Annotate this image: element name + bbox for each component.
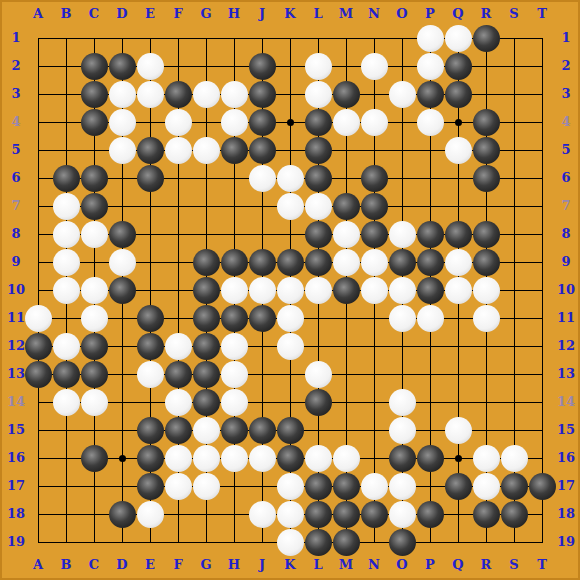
row-label-right-1: 1 [552, 30, 580, 46]
stone-white-P4[interactable] [417, 109, 444, 136]
stone-white-R16[interactable] [473, 445, 500, 472]
stone-white-K19[interactable] [277, 529, 304, 556]
stone-white-O14[interactable] [389, 389, 416, 416]
col-label-top-R: R [472, 6, 500, 22]
row-label-right-18: 18 [552, 506, 580, 522]
stone-white-L16[interactable] [305, 445, 332, 472]
col-label-top-Q: Q [444, 6, 472, 22]
row-label-right-13: 13 [552, 366, 580, 382]
stone-black-R1[interactable] [473, 25, 500, 52]
stone-black-K15[interactable] [277, 417, 304, 444]
stone-white-B10[interactable] [53, 277, 80, 304]
stone-white-Q5[interactable] [445, 137, 472, 164]
hoshi-Q4 [455, 119, 462, 126]
col-label-bottom-S: S [500, 557, 528, 573]
stone-black-T17[interactable] [529, 473, 556, 500]
stone-white-H14[interactable] [221, 389, 248, 416]
stone-black-H9[interactable] [221, 249, 248, 276]
stone-black-J4[interactable] [249, 109, 276, 136]
stone-black-L9[interactable] [305, 249, 332, 276]
stone-white-B9[interactable] [53, 249, 80, 276]
stone-white-O11[interactable] [389, 305, 416, 332]
stone-white-K10[interactable] [277, 277, 304, 304]
col-label-top-N: N [360, 6, 388, 22]
stone-white-D5[interactable] [109, 137, 136, 164]
stone-white-G15[interactable] [193, 417, 220, 444]
row-label-right-10: 10 [552, 282, 580, 298]
stone-black-R18[interactable] [473, 501, 500, 528]
stone-white-R10[interactable] [473, 277, 500, 304]
stone-black-Q2[interactable] [445, 53, 472, 80]
row-label-right-6: 6 [552, 170, 580, 186]
stone-black-S17[interactable] [501, 473, 528, 500]
stone-white-J16[interactable] [249, 445, 276, 472]
stone-black-C16[interactable] [81, 445, 108, 472]
stone-black-H15[interactable] [221, 417, 248, 444]
col-label-bottom-L: L [304, 557, 332, 573]
stone-black-M19[interactable] [333, 529, 360, 556]
col-label-top-A: A [24, 6, 52, 22]
stone-black-P8[interactable] [417, 221, 444, 248]
stone-black-O19[interactable] [389, 529, 416, 556]
stone-black-P10[interactable] [417, 277, 444, 304]
stone-white-C14[interactable] [81, 389, 108, 416]
row-label-right-3: 3 [552, 86, 580, 102]
col-label-top-E: E [136, 6, 164, 22]
stone-black-J9[interactable] [249, 249, 276, 276]
stone-black-C7[interactable] [81, 193, 108, 220]
stone-black-L14[interactable] [305, 389, 332, 416]
row-label-left-3: 3 [2, 86, 30, 102]
row-label-right-9: 9 [552, 254, 580, 270]
stone-black-L6[interactable] [305, 165, 332, 192]
stone-black-O9[interactable] [389, 249, 416, 276]
stone-black-J15[interactable] [249, 417, 276, 444]
col-label-top-K: K [276, 6, 304, 22]
row-label-left-6: 6 [2, 170, 30, 186]
row-label-left-18: 18 [2, 506, 30, 522]
stone-white-H16[interactable] [221, 445, 248, 472]
stone-white-K6[interactable] [277, 165, 304, 192]
row-label-left-10: 10 [2, 282, 30, 298]
stone-black-L19[interactable] [305, 529, 332, 556]
stone-black-M17[interactable] [333, 473, 360, 500]
stone-white-K18[interactable] [277, 501, 304, 528]
stone-black-G12[interactable] [193, 333, 220, 360]
stone-white-C10[interactable] [81, 277, 108, 304]
stone-black-M18[interactable] [333, 501, 360, 528]
stone-white-D4[interactable] [109, 109, 136, 136]
stone-black-P3[interactable] [417, 81, 444, 108]
stone-black-L17[interactable] [305, 473, 332, 500]
row-label-right-5: 5 [552, 142, 580, 158]
stone-black-P16[interactable] [417, 445, 444, 472]
stone-black-O16[interactable] [389, 445, 416, 472]
stone-black-M7[interactable] [333, 193, 360, 220]
hoshi-D16 [119, 455, 126, 462]
stone-black-R8[interactable] [473, 221, 500, 248]
col-label-top-P: P [416, 6, 444, 22]
row-label-left-5: 5 [2, 142, 30, 158]
stone-black-L18[interactable] [305, 501, 332, 528]
stone-black-C12[interactable] [81, 333, 108, 360]
stone-white-K7[interactable] [277, 193, 304, 220]
stone-black-D8[interactable] [109, 221, 136, 248]
stone-white-C8[interactable] [81, 221, 108, 248]
stone-black-S18[interactable] [501, 501, 528, 528]
stone-white-M9[interactable] [333, 249, 360, 276]
stone-white-M4[interactable] [333, 109, 360, 136]
row-label-left-19: 19 [2, 534, 30, 550]
stone-white-N2[interactable] [361, 53, 388, 80]
stone-black-G9[interactable] [193, 249, 220, 276]
stone-black-D10[interactable] [109, 277, 136, 304]
stone-black-Q8[interactable] [445, 221, 472, 248]
stone-white-J6[interactable] [249, 165, 276, 192]
row-label-right-12: 12 [552, 338, 580, 354]
stone-white-M8[interactable] [333, 221, 360, 248]
stone-white-F12[interactable] [165, 333, 192, 360]
hoshi-K4 [287, 119, 294, 126]
stone-black-N6[interactable] [361, 165, 388, 192]
stone-black-G13[interactable] [193, 361, 220, 388]
stone-black-E12[interactable] [137, 333, 164, 360]
stone-white-Q15[interactable] [445, 417, 472, 444]
col-label-bottom-J: J [248, 557, 276, 573]
stone-white-O17[interactable] [389, 473, 416, 500]
stone-black-Q3[interactable] [445, 81, 472, 108]
stone-white-D9[interactable] [109, 249, 136, 276]
stone-white-B7[interactable] [53, 193, 80, 220]
stone-black-G11[interactable] [193, 305, 220, 332]
col-label-bottom-F: F [164, 557, 192, 573]
go-board[interactable]: ABCDEFGHJKLMNOPQRST ABCDEFGHJKLMNOPQRST … [0, 0, 580, 580]
stone-black-L4[interactable] [305, 109, 332, 136]
col-label-bottom-Q: Q [444, 557, 472, 573]
stone-white-N9[interactable] [361, 249, 388, 276]
row-label-right-7: 7 [552, 198, 580, 214]
stone-white-L2[interactable] [305, 53, 332, 80]
col-label-top-H: H [220, 6, 248, 22]
stone-black-D18[interactable] [109, 501, 136, 528]
stone-white-L13[interactable] [305, 361, 332, 388]
stone-white-M16[interactable] [333, 445, 360, 472]
stone-black-E16[interactable] [137, 445, 164, 472]
stone-black-K9[interactable] [277, 249, 304, 276]
stone-white-K17[interactable] [277, 473, 304, 500]
stone-white-E3[interactable] [137, 81, 164, 108]
stone-black-E15[interactable] [137, 417, 164, 444]
stone-black-K16[interactable] [277, 445, 304, 472]
stone-white-J18[interactable] [249, 501, 276, 528]
stone-white-L3[interactable] [305, 81, 332, 108]
col-label-top-J: J [248, 6, 276, 22]
col-label-top-B: B [52, 6, 80, 22]
col-label-bottom-T: T [528, 557, 556, 573]
stone-white-O8[interactable] [389, 221, 416, 248]
stone-white-O15[interactable] [389, 417, 416, 444]
stone-white-E18[interactable] [137, 501, 164, 528]
stone-black-P9[interactable] [417, 249, 444, 276]
stone-white-N4[interactable] [361, 109, 388, 136]
stone-black-J11[interactable] [249, 305, 276, 332]
row-label-left-8: 8 [2, 226, 30, 242]
stone-white-G16[interactable] [193, 445, 220, 472]
stone-black-A13[interactable] [25, 361, 52, 388]
stone-white-Q10[interactable] [445, 277, 472, 304]
stone-black-N18[interactable] [361, 501, 388, 528]
stone-white-E13[interactable] [137, 361, 164, 388]
stone-white-F4[interactable] [165, 109, 192, 136]
stone-white-O18[interactable] [389, 501, 416, 528]
stone-black-G14[interactable] [193, 389, 220, 416]
row-label-right-16: 16 [552, 450, 580, 466]
stone-white-Q1[interactable] [445, 25, 472, 52]
stone-white-B8[interactable] [53, 221, 80, 248]
stone-black-E5[interactable] [137, 137, 164, 164]
stone-white-P1[interactable] [417, 25, 444, 52]
row-label-right-4: 4 [552, 114, 580, 130]
stone-white-H12[interactable] [221, 333, 248, 360]
stone-black-R4[interactable] [473, 109, 500, 136]
stone-black-F15[interactable] [165, 417, 192, 444]
col-label-bottom-D: D [108, 557, 136, 573]
row-label-left-9: 9 [2, 254, 30, 270]
stone-white-J10[interactable] [249, 277, 276, 304]
stone-black-H5[interactable] [221, 137, 248, 164]
col-label-bottom-E: E [136, 557, 164, 573]
row-label-left-14: 14 [2, 394, 30, 410]
row-label-left-17: 17 [2, 478, 30, 494]
stone-black-Q17[interactable] [445, 473, 472, 500]
stone-black-N7[interactable] [361, 193, 388, 220]
stone-white-N10[interactable] [361, 277, 388, 304]
stone-white-F17[interactable] [165, 473, 192, 500]
col-label-bottom-R: R [472, 557, 500, 573]
stone-black-A12[interactable] [25, 333, 52, 360]
stone-white-Q9[interactable] [445, 249, 472, 276]
col-label-bottom-K: K [276, 557, 304, 573]
stone-black-R9[interactable] [473, 249, 500, 276]
row-label-right-14: 14 [552, 394, 580, 410]
stone-white-G17[interactable] [193, 473, 220, 500]
stone-white-L10[interactable] [305, 277, 332, 304]
stone-white-R17[interactable] [473, 473, 500, 500]
row-label-left-16: 16 [2, 450, 30, 466]
col-label-bottom-G: G [192, 557, 220, 573]
stone-black-R5[interactable] [473, 137, 500, 164]
stone-white-H4[interactable] [221, 109, 248, 136]
col-label-bottom-P: P [416, 557, 444, 573]
stone-black-C6[interactable] [81, 165, 108, 192]
stone-black-C13[interactable] [81, 361, 108, 388]
stone-white-G5[interactable] [193, 137, 220, 164]
stone-black-M10[interactable] [333, 277, 360, 304]
stone-white-K11[interactable] [277, 305, 304, 332]
stone-black-F13[interactable] [165, 361, 192, 388]
stone-white-P2[interactable] [417, 53, 444, 80]
stone-white-O10[interactable] [389, 277, 416, 304]
col-label-bottom-M: M [332, 557, 360, 573]
stone-black-G10[interactable] [193, 277, 220, 304]
stone-black-P18[interactable] [417, 501, 444, 528]
stone-black-E17[interactable] [137, 473, 164, 500]
col-label-top-D: D [108, 6, 136, 22]
stone-white-P11[interactable] [417, 305, 444, 332]
col-label-top-M: M [332, 6, 360, 22]
stone-white-H13[interactable] [221, 361, 248, 388]
row-label-right-17: 17 [552, 478, 580, 494]
col-label-bottom-H: H [220, 557, 248, 573]
stone-white-K12[interactable] [277, 333, 304, 360]
stone-white-H10[interactable] [221, 277, 248, 304]
col-label-top-C: C [80, 6, 108, 22]
stone-black-L8[interactable] [305, 221, 332, 248]
row-label-left-7: 7 [2, 198, 30, 214]
col-label-bottom-N: N [360, 557, 388, 573]
stone-white-E2[interactable] [137, 53, 164, 80]
stone-white-O3[interactable] [389, 81, 416, 108]
stone-black-C3[interactable] [81, 81, 108, 108]
stone-black-M3[interactable] [333, 81, 360, 108]
stone-black-F3[interactable] [165, 81, 192, 108]
stone-black-B6[interactable] [53, 165, 80, 192]
stone-black-C4[interactable] [81, 109, 108, 136]
row-label-right-15: 15 [552, 422, 580, 438]
row-label-left-2: 2 [2, 58, 30, 74]
stone-black-J3[interactable] [249, 81, 276, 108]
stone-white-F5[interactable] [165, 137, 192, 164]
stone-white-L7[interactable] [305, 193, 332, 220]
row-label-right-19: 19 [552, 534, 580, 550]
stone-white-A11[interactable] [25, 305, 52, 332]
stone-white-S16[interactable] [501, 445, 528, 472]
stone-black-N8[interactable] [361, 221, 388, 248]
row-label-left-4: 4 [2, 114, 30, 130]
stone-white-R11[interactable] [473, 305, 500, 332]
col-label-bottom-B: B [52, 557, 80, 573]
stone-white-D3[interactable] [109, 81, 136, 108]
col-label-top-S: S [500, 6, 528, 22]
stone-black-E6[interactable] [137, 165, 164, 192]
row-label-right-2: 2 [552, 58, 580, 74]
hoshi-Q16 [455, 455, 462, 462]
col-label-top-F: F [164, 6, 192, 22]
stone-black-D2[interactable] [109, 53, 136, 80]
col-label-top-L: L [304, 6, 332, 22]
stone-white-B14[interactable] [53, 389, 80, 416]
stone-black-L5[interactable] [305, 137, 332, 164]
col-label-top-G: G [192, 6, 220, 22]
row-label-left-15: 15 [2, 422, 30, 438]
stone-white-F16[interactable] [165, 445, 192, 472]
row-label-left-1: 1 [2, 30, 30, 46]
stone-black-R6[interactable] [473, 165, 500, 192]
stone-black-J5[interactable] [249, 137, 276, 164]
stone-black-B13[interactable] [53, 361, 80, 388]
stone-white-F14[interactable] [165, 389, 192, 416]
col-label-bottom-A: A [24, 557, 52, 573]
stone-black-C2[interactable] [81, 53, 108, 80]
stone-white-H3[interactable] [221, 81, 248, 108]
col-label-bottom-C: C [80, 557, 108, 573]
col-label-top-T: T [528, 6, 556, 22]
stone-white-G3[interactable] [193, 81, 220, 108]
stone-white-C11[interactable] [81, 305, 108, 332]
stone-black-J2[interactable] [249, 53, 276, 80]
stone-black-H11[interactable] [221, 305, 248, 332]
stone-white-N17[interactable] [361, 473, 388, 500]
stone-white-B12[interactable] [53, 333, 80, 360]
row-label-right-8: 8 [552, 226, 580, 242]
col-label-top-O: O [388, 6, 416, 22]
col-label-bottom-O: O [388, 557, 416, 573]
row-label-right-11: 11 [552, 310, 580, 326]
stone-black-E11[interactable] [137, 305, 164, 332]
